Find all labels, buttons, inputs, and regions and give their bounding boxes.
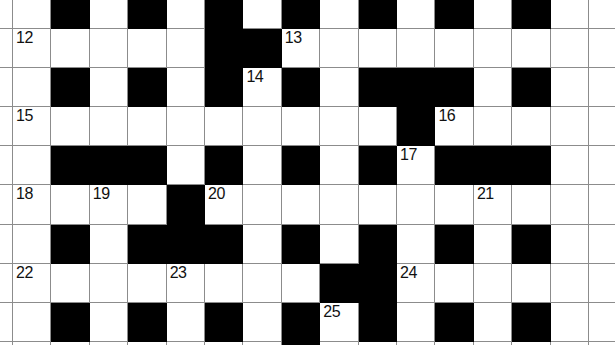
white-cell[interactable] [0,303,13,342]
black-cell [359,68,397,107]
white-cell[interactable] [13,303,51,342]
black-cell [205,68,243,107]
white-cell[interactable] [359,185,397,224]
black-cell [51,225,89,264]
white-cell[interactable] [128,264,166,303]
black-cell [435,68,473,107]
white-cell[interactable]: 24 [397,264,435,303]
black-cell [167,225,205,264]
white-cell[interactable]: 13 [282,29,320,68]
black-cell [359,0,397,29]
white-cell[interactable] [589,68,615,107]
black-cell [512,0,550,29]
white-cell[interactable] [512,264,550,303]
white-cell[interactable] [359,107,397,146]
white-cell[interactable] [90,225,128,264]
white-cell[interactable] [512,29,550,68]
white-cell[interactable] [397,185,435,224]
white-cell[interactable]: 15 [13,107,51,146]
black-cell [512,146,550,185]
white-cell[interactable] [551,303,589,342]
black-cell [167,185,205,224]
white-cell[interactable] [128,29,166,68]
black-cell [359,303,397,342]
crossword-grid: 1213141516171819202122232425 [0,0,615,345]
white-cell[interactable] [0,146,13,185]
white-cell[interactable] [397,303,435,342]
black-cell [435,225,473,264]
black-cell [282,303,320,342]
white-cell[interactable]: 14 [243,68,281,107]
black-cell [282,0,320,29]
white-cell[interactable] [0,185,13,224]
white-cell[interactable] [512,185,550,224]
white-cell[interactable] [90,0,128,29]
white-cell[interactable] [589,0,615,29]
white-cell[interactable] [474,264,512,303]
white-cell[interactable] [167,68,205,107]
white-cell[interactable] [13,146,51,185]
white-cell[interactable] [51,107,89,146]
white-cell[interactable] [205,107,243,146]
white-cell[interactable] [282,264,320,303]
white-cell[interactable] [320,29,358,68]
white-cell[interactable] [320,0,358,29]
white-cell[interactable] [167,303,205,342]
black-cell [359,225,397,264]
white-cell[interactable]: 16 [435,107,473,146]
black-cell [51,0,89,29]
white-cell[interactable] [589,29,615,68]
white-cell[interactable] [0,68,13,107]
white-cell[interactable] [551,225,589,264]
white-cell[interactable] [359,29,397,68]
white-cell[interactable] [512,107,550,146]
white-cell[interactable] [589,303,615,342]
white-cell[interactable] [90,107,128,146]
white-cell[interactable] [243,185,281,224]
white-cell[interactable] [51,185,89,224]
crossword-board: 1213141516171819202122232425 [0,0,615,345]
clue-number: 24 [400,265,417,282]
white-cell[interactable] [551,264,589,303]
white-cell[interactable]: 22 [13,264,51,303]
black-cell [435,146,473,185]
white-cell[interactable] [474,29,512,68]
black-cell [51,146,89,185]
black-cell [320,264,358,303]
white-cell[interactable] [589,264,615,303]
white-cell[interactable] [205,264,243,303]
white-cell[interactable] [167,107,205,146]
white-cell[interactable] [397,225,435,264]
white-cell[interactable] [51,264,89,303]
white-cell[interactable] [243,303,281,342]
black-cell [512,225,550,264]
white-cell[interactable] [474,68,512,107]
black-cell [51,68,89,107]
black-cell [282,146,320,185]
white-cell[interactable] [282,107,320,146]
white-cell[interactable] [589,146,615,185]
clue-number: 16 [438,108,455,125]
white-cell[interactable] [320,225,358,264]
black-cell [128,0,166,29]
black-cell [512,303,550,342]
white-cell[interactable]: 12 [13,29,51,68]
black-cell [205,225,243,264]
white-cell[interactable] [243,264,281,303]
black-cell [474,146,512,185]
clue-number: 17 [400,147,417,164]
white-cell[interactable] [243,107,281,146]
white-cell[interactable] [320,68,358,107]
white-cell[interactable] [167,29,205,68]
white-cell[interactable] [551,185,589,224]
white-cell[interactable] [320,185,358,224]
white-cell[interactable] [243,146,281,185]
white-cell[interactable] [397,0,435,29]
white-cell[interactable]: 23 [167,264,205,303]
black-cell [205,146,243,185]
white-cell[interactable] [243,0,281,29]
white-cell[interactable] [128,107,166,146]
white-cell[interactable] [0,0,13,29]
black-cell [435,303,473,342]
white-cell[interactable] [167,146,205,185]
white-cell[interactable]: 19 [90,185,128,224]
white-cell[interactable] [474,107,512,146]
black-cell [205,29,243,68]
clue-number: 14 [246,69,263,86]
clue-number: 25 [323,304,340,321]
white-cell[interactable] [90,29,128,68]
clue-number: 21 [477,186,494,203]
black-cell [397,68,435,107]
white-cell[interactable] [474,303,512,342]
white-cell[interactable] [282,185,320,224]
white-cell[interactable] [551,0,589,29]
white-cell[interactable] [320,146,358,185]
black-cell [359,264,397,303]
clue-number: 15 [16,108,33,125]
white-cell[interactable] [589,185,615,224]
clue-number: 18 [16,186,33,203]
black-cell [282,68,320,107]
white-cell[interactable] [551,107,589,146]
white-cell[interactable] [13,0,51,29]
white-cell[interactable] [474,225,512,264]
white-cell[interactable] [589,107,615,146]
white-cell[interactable] [551,68,589,107]
black-cell [282,225,320,264]
clue-number: 22 [16,265,33,282]
white-cell[interactable] [0,225,13,264]
white-cell[interactable] [0,107,13,146]
white-cell[interactable] [474,0,512,29]
white-cell[interactable] [435,29,473,68]
black-cell [128,225,166,264]
white-cell[interactable]: 25 [320,303,358,342]
white-cell[interactable] [397,29,435,68]
white-cell[interactable]: 21 [474,185,512,224]
black-cell [205,303,243,342]
white-cell[interactable] [243,225,281,264]
black-cell [51,303,89,342]
clue-number: 20 [208,186,225,203]
white-cell[interactable] [551,29,589,68]
clue-number: 13 [285,30,302,47]
white-cell[interactable] [320,107,358,146]
white-cell[interactable] [90,68,128,107]
black-cell [435,0,473,29]
black-cell [512,68,550,107]
white-cell[interactable]: 18 [13,185,51,224]
black-cell [90,146,128,185]
white-cell[interactable] [435,264,473,303]
white-cell[interactable] [551,146,589,185]
black-cell [397,107,435,146]
white-cell[interactable] [13,225,51,264]
clue-number: 23 [170,265,187,282]
white-cell[interactable] [0,29,13,68]
black-cell [243,29,281,68]
white-cell[interactable]: 17 [397,146,435,185]
white-cell[interactable] [13,68,51,107]
black-cell [128,303,166,342]
clue-number: 19 [93,186,110,203]
black-cell [128,146,166,185]
white-cell[interactable] [435,185,473,224]
black-cell [205,0,243,29]
white-cell[interactable] [51,29,89,68]
white-cell[interactable] [167,0,205,29]
white-cell[interactable] [128,185,166,224]
white-cell[interactable] [90,264,128,303]
white-cell[interactable]: 20 [205,185,243,224]
white-cell[interactable] [0,264,13,303]
clue-number: 12 [16,30,33,47]
white-cell[interactable] [589,225,615,264]
white-cell[interactable] [90,303,128,342]
black-cell [359,146,397,185]
black-cell [128,68,166,107]
